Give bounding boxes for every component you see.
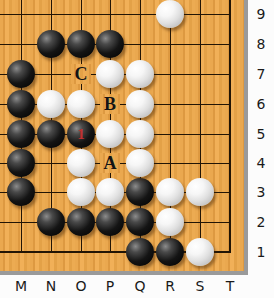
board-bottom-edge-bar bbox=[0, 271, 248, 275]
row-label-8: 8 bbox=[248, 35, 274, 53]
point-label-C-O7[interactable]: C bbox=[71, 64, 91, 84]
column-label-N: N bbox=[38, 277, 64, 295]
white-stone-R3[interactable] bbox=[156, 178, 184, 206]
white-stone-P5[interactable] bbox=[96, 120, 124, 148]
white-stone-O6[interactable] bbox=[67, 90, 95, 118]
white-stone-N6[interactable] bbox=[37, 90, 65, 118]
white-stone-Q6[interactable] bbox=[126, 90, 154, 118]
column-label-R: R bbox=[157, 277, 183, 295]
column-label-P: P bbox=[97, 277, 123, 295]
black-stone-M3[interactable] bbox=[7, 178, 35, 206]
black-stone-M7[interactable] bbox=[7, 60, 35, 88]
black-stone-Q1[interactable] bbox=[126, 238, 154, 266]
black-stone-M6[interactable] bbox=[7, 90, 35, 118]
grid-line-vertical-T bbox=[229, 0, 231, 253]
white-stone-O4[interactable] bbox=[67, 149, 95, 177]
white-stone-P7[interactable] bbox=[96, 60, 124, 88]
row-label-9: 9 bbox=[248, 5, 274, 23]
go-board-diagram: 1CBA 987654321 MNOPQRST bbox=[0, 0, 274, 298]
white-stone-P3[interactable] bbox=[96, 178, 124, 206]
white-stone-S3[interactable] bbox=[186, 178, 214, 206]
black-stone-M5[interactable] bbox=[7, 120, 35, 148]
point-label-A-P4[interactable]: A bbox=[100, 153, 120, 173]
point-label-B-P6[interactable]: B bbox=[100, 94, 120, 114]
white-stone-R2[interactable] bbox=[156, 208, 184, 236]
column-label-Q: Q bbox=[127, 277, 153, 295]
black-stone-P2[interactable] bbox=[96, 208, 124, 236]
row-label-1: 1 bbox=[248, 243, 274, 261]
go-board-wood-surface: 1CBA bbox=[0, 0, 244, 271]
white-stone-O3[interactable] bbox=[67, 178, 95, 206]
white-stone-R9[interactable] bbox=[156, 0, 184, 28]
black-stone-N8[interactable] bbox=[37, 30, 65, 58]
white-stone-Q5[interactable] bbox=[126, 120, 154, 148]
row-label-4: 4 bbox=[248, 154, 274, 172]
move-number-1-O5: 1 bbox=[67, 120, 95, 148]
black-stone-N2[interactable] bbox=[37, 208, 65, 236]
black-stone-M4[interactable] bbox=[7, 149, 35, 177]
black-stone-O2[interactable] bbox=[67, 208, 95, 236]
column-label-O: O bbox=[68, 277, 94, 295]
grid-line-vertical-S bbox=[200, 0, 201, 253]
row-label-3: 3 bbox=[248, 183, 274, 201]
row-label-7: 7 bbox=[248, 65, 274, 83]
black-stone-P8[interactable] bbox=[96, 30, 124, 58]
white-stone-S1[interactable] bbox=[186, 238, 214, 266]
white-stone-Q4[interactable] bbox=[126, 149, 154, 177]
black-stone-O8[interactable] bbox=[67, 30, 95, 58]
black-stone-R1[interactable] bbox=[156, 238, 184, 266]
column-label-S: S bbox=[187, 277, 213, 295]
row-label-6: 6 bbox=[248, 95, 274, 113]
black-stone-Q3[interactable] bbox=[126, 178, 154, 206]
black-stone-N5[interactable] bbox=[37, 120, 65, 148]
row-label-2: 2 bbox=[248, 213, 274, 231]
white-stone-Q7[interactable] bbox=[126, 60, 154, 88]
grid-line-horizontal-9 bbox=[0, 14, 231, 15]
row-label-5: 5 bbox=[248, 125, 274, 143]
black-stone-Q2[interactable] bbox=[126, 208, 154, 236]
column-label-T: T bbox=[217, 277, 243, 295]
column-label-M: M bbox=[8, 277, 34, 295]
